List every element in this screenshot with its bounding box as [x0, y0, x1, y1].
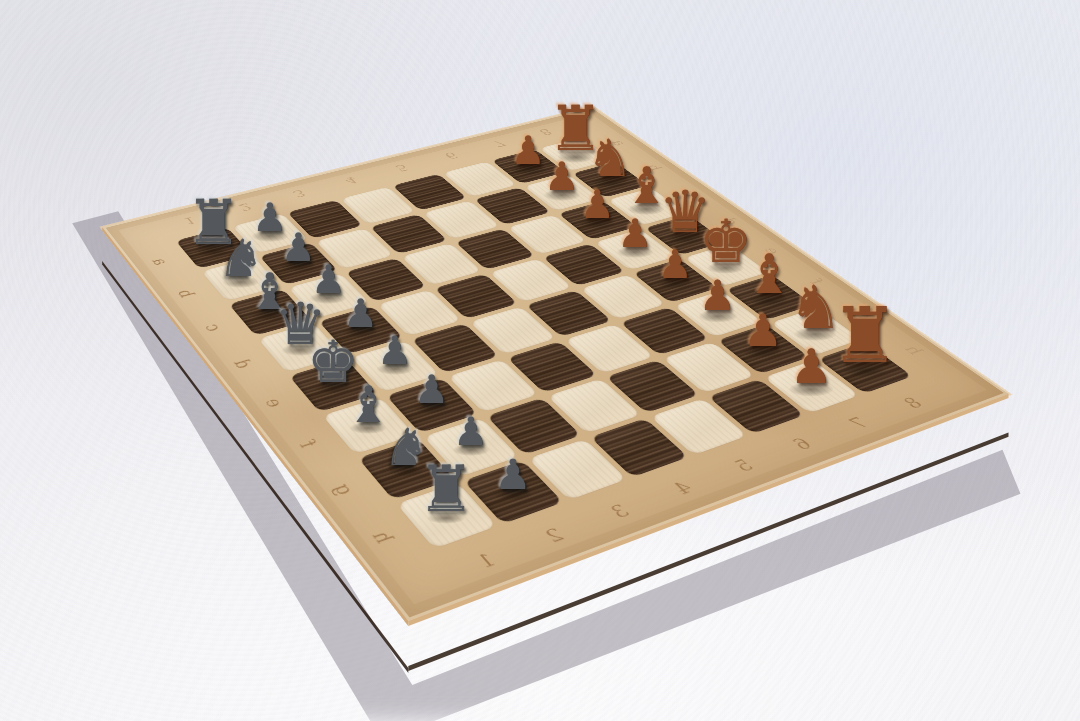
- black-pawn-glyph: ♟: [699, 276, 736, 318]
- black-rook-glyph: ♜: [830, 298, 899, 375]
- piece-black-pawn-h7[interactable]: ♟: [811, 386, 854, 434]
- black-pawn-glyph: ♟: [657, 245, 692, 284]
- black-bishop-glyph: ♝: [745, 248, 794, 302]
- black-pawn-glyph: ♟: [511, 131, 546, 170]
- black-pawn-glyph: ♟: [544, 157, 579, 196]
- black-pawn-glyph: ♟: [617, 214, 652, 253]
- black-pawn-glyph: ♟: [790, 343, 833, 391]
- white-pawn-glyph: ♟: [494, 454, 531, 496]
- piece-black-rook-h8[interactable]: ♜: [865, 367, 934, 444]
- white-rook-glyph: ♜: [418, 458, 475, 521]
- black-pawn-glyph: ♟: [743, 309, 783, 354]
- photo-scene: a11ab22bc33cd44de55ef66fg77gh88h ♜♞♝♛♚♝♞…: [0, 0, 1080, 721]
- piece-white-pawn-h2[interactable]: ♟: [513, 491, 550, 533]
- white-pawn-glyph: ♟: [414, 370, 449, 409]
- white-pawn-glyph: ♟: [453, 411, 488, 450]
- pieces-layer: ♜♞♝♛♚♝♞♜♟♟♟♟♟♟♟♟♟♟♟♟♟♟♟♟♜♞♝♛♚♝♞♜: [0, 0, 1080, 721]
- piece-white-rook-h1[interactable]: ♜: [446, 515, 503, 578]
- white-pawn-glyph: ♟: [377, 331, 412, 370]
- black-pawn-glyph: ♟: [580, 185, 615, 224]
